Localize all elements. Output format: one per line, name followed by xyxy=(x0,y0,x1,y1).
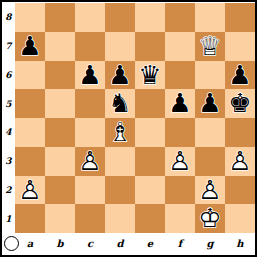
white-pawn-glyph: ♙ xyxy=(195,176,225,205)
piece-black-pawn-a7[interactable]: ♟♟ xyxy=(15,32,45,61)
square-c1[interactable] xyxy=(75,204,105,233)
square-b4[interactable] xyxy=(45,118,75,147)
piece-black-pawn-h6[interactable]: ♟♟ xyxy=(225,61,255,90)
square-d8[interactable] xyxy=(105,3,135,32)
diagram-panel: 87654321 ♟♟♛♕♟♟♟♟♛♛♟♟♞♞♟♟♟♟♚♚♝♗♟♙♟♙♟♙♟♙♟… xyxy=(2,2,255,255)
square-a6[interactable] xyxy=(15,61,45,90)
square-d1[interactable] xyxy=(105,204,135,233)
square-h4[interactable] xyxy=(225,118,255,147)
square-c4[interactable] xyxy=(75,118,105,147)
square-g8[interactable] xyxy=(195,3,225,32)
square-e3[interactable] xyxy=(135,147,165,176)
piece-black-king-h5[interactable]: ♚♚ xyxy=(225,89,255,118)
piece-black-knight-d5[interactable]: ♞♞ xyxy=(105,89,135,118)
piece-black-pawn-c6[interactable]: ♟♟ xyxy=(75,61,105,90)
rank-label-6: 6 xyxy=(2,61,15,90)
square-g3[interactable] xyxy=(195,147,225,176)
square-h8[interactable] xyxy=(225,3,255,32)
black-queen-glyph: ♛ xyxy=(135,61,165,90)
square-a1[interactable] xyxy=(15,204,45,233)
file-label-c: c xyxy=(75,233,105,253)
square-b3[interactable] xyxy=(45,147,75,176)
square-e5[interactable] xyxy=(135,89,165,118)
rank-label-4: 4 xyxy=(2,118,15,147)
piece-white-pawn-f3[interactable]: ♟♙ xyxy=(165,147,195,176)
square-f3[interactable]: ♟♙ xyxy=(165,147,195,176)
square-e2[interactable] xyxy=(135,176,165,205)
square-c8[interactable] xyxy=(75,3,105,32)
file-label-e: e xyxy=(135,233,165,253)
square-a7[interactable]: ♟♟ xyxy=(15,32,45,61)
square-f1[interactable] xyxy=(165,204,195,233)
square-a2[interactable]: ♟♙ xyxy=(15,176,45,205)
white-king-glyph: ♔ xyxy=(195,204,225,233)
square-f4[interactable] xyxy=(165,118,195,147)
piece-black-pawn-g5[interactable]: ♟♟ xyxy=(195,89,225,118)
rank-label-1: 1 xyxy=(2,204,15,233)
square-b7[interactable] xyxy=(45,32,75,61)
file-label-a: a xyxy=(15,233,45,253)
square-f7[interactable] xyxy=(165,32,195,61)
square-c5[interactable] xyxy=(75,89,105,118)
square-e7[interactable] xyxy=(135,32,165,61)
black-pawn-glyph: ♟ xyxy=(15,32,45,61)
square-c2[interactable] xyxy=(75,176,105,205)
piece-white-king-g1[interactable]: ♚♔ xyxy=(195,204,225,233)
square-g7[interactable]: ♛♕ xyxy=(195,32,225,61)
square-a8[interactable] xyxy=(15,3,45,32)
white-pawn-glyph: ♙ xyxy=(15,176,45,205)
black-king-glyph: ♚ xyxy=(225,89,255,118)
square-c3[interactable]: ♟♙ xyxy=(75,147,105,176)
white-queen-glyph: ♕ xyxy=(195,32,225,61)
file-label-b: b xyxy=(45,233,75,253)
square-g4[interactable] xyxy=(195,118,225,147)
square-h5[interactable]: ♚♚ xyxy=(225,89,255,118)
chess-diagram: 87654321 ♟♟♛♕♟♟♟♟♛♛♟♟♞♞♟♟♟♟♚♚♝♗♟♙♟♙♟♙♟♙♟… xyxy=(0,0,257,257)
square-h7[interactable] xyxy=(225,32,255,61)
square-h1[interactable] xyxy=(225,204,255,233)
square-f5[interactable]: ♟♟ xyxy=(165,89,195,118)
square-b1[interactable] xyxy=(45,204,75,233)
piece-white-pawn-c3[interactable]: ♟♙ xyxy=(75,147,105,176)
square-b6[interactable] xyxy=(45,61,75,90)
square-a5[interactable] xyxy=(15,89,45,118)
rank-label-3: 3 xyxy=(2,147,15,176)
square-e6[interactable]: ♛♛ xyxy=(135,61,165,90)
piece-white-pawn-g2[interactable]: ♟♙ xyxy=(195,176,225,205)
square-d2[interactable] xyxy=(105,176,135,205)
piece-black-pawn-d6[interactable]: ♟♟ xyxy=(105,61,135,90)
square-d7[interactable] xyxy=(105,32,135,61)
square-e8[interactable] xyxy=(135,3,165,32)
white-pawn-glyph: ♙ xyxy=(225,147,255,176)
square-b2[interactable] xyxy=(45,176,75,205)
rank-label-7: 7 xyxy=(2,32,15,61)
square-g2[interactable]: ♟♙ xyxy=(195,176,225,205)
file-label-g: g xyxy=(195,233,225,253)
piece-black-queen-e6[interactable]: ♛♛ xyxy=(135,61,165,90)
square-a4[interactable] xyxy=(15,118,45,147)
square-h2[interactable] xyxy=(225,176,255,205)
square-c6[interactable]: ♟♟ xyxy=(75,61,105,90)
black-pawn-glyph: ♟ xyxy=(165,89,195,118)
piece-white-pawn-h3[interactable]: ♟♙ xyxy=(225,147,255,176)
square-b5[interactable] xyxy=(45,89,75,118)
square-h6[interactable]: ♟♟ xyxy=(225,61,255,90)
rank-label-2: 2 xyxy=(2,176,15,205)
square-d3[interactable] xyxy=(105,147,135,176)
square-h3[interactable]: ♟♙ xyxy=(225,147,255,176)
black-pawn-glyph: ♟ xyxy=(195,89,225,118)
rank-label-8: 8 xyxy=(2,3,15,32)
side-to-move-indicator xyxy=(4,236,19,251)
white-bishop-glyph: ♗ xyxy=(105,118,135,147)
square-g5[interactable]: ♟♟ xyxy=(195,89,225,118)
square-e4[interactable] xyxy=(135,118,165,147)
file-label-d: d xyxy=(105,233,135,253)
file-labels: abcdefgh xyxy=(15,233,255,253)
square-f8[interactable] xyxy=(165,3,195,32)
file-label-f: f xyxy=(165,233,195,253)
black-pawn-glyph: ♟ xyxy=(225,61,255,90)
black-knight-glyph: ♞ xyxy=(105,89,135,118)
square-b8[interactable] xyxy=(45,3,75,32)
file-label-h: h xyxy=(225,233,255,253)
piece-black-pawn-f5[interactable]: ♟♟ xyxy=(165,89,195,118)
rank-label-5: 5 xyxy=(2,89,15,118)
square-d5[interactable]: ♞♞ xyxy=(105,89,135,118)
black-pawn-glyph: ♟ xyxy=(105,61,135,90)
square-d6[interactable]: ♟♟ xyxy=(105,61,135,90)
piece-white-bishop-d4[interactable]: ♝♗ xyxy=(105,118,135,147)
black-pawn-glyph: ♟ xyxy=(75,61,105,90)
square-d4[interactable]: ♝♗ xyxy=(105,118,135,147)
square-f6[interactable] xyxy=(165,61,195,90)
piece-white-pawn-a2[interactable]: ♟♙ xyxy=(15,176,45,205)
square-a3[interactable] xyxy=(15,147,45,176)
square-c7[interactable] xyxy=(75,32,105,61)
square-g6[interactable] xyxy=(195,61,225,90)
piece-white-queen-g7[interactable]: ♛♕ xyxy=(195,32,225,61)
white-pawn-glyph: ♙ xyxy=(75,147,105,176)
white-pawn-glyph: ♙ xyxy=(165,147,195,176)
chess-board: ♟♟♛♕♟♟♟♟♛♛♟♟♞♞♟♟♟♟♚♚♝♗♟♙♟♙♟♙♟♙♟♙♚♔ xyxy=(15,3,255,233)
square-e1[interactable] xyxy=(135,204,165,233)
square-f2[interactable] xyxy=(165,176,195,205)
rank-labels: 87654321 xyxy=(2,3,15,233)
square-g1[interactable]: ♚♔ xyxy=(195,204,225,233)
